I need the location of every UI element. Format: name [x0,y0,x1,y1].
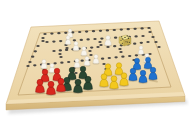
path-dot [148,31,151,33]
path-dot [33,64,36,66]
path-dot [119,51,122,53]
die-pip-right [126,41,127,42]
path-dot [88,50,91,52]
path-dot [28,61,31,63]
path-dot [106,29,109,31]
path-dot [41,40,44,42]
product-photo [0,0,189,140]
path-dot [59,49,62,51]
die-pip-front [121,40,122,41]
path-dot [98,41,101,43]
path-dot [64,32,67,34]
path-dot [121,56,124,58]
path-dot [36,45,39,47]
path-dot [52,50,55,52]
path-dot [43,33,46,35]
die-pip-top [128,38,129,39]
path-dot [92,30,95,32]
path-dot [147,27,150,29]
path-dot [140,42,143,44]
path-dot [89,54,92,56]
path-dot [47,63,50,65]
path-dot [133,28,136,30]
path-dot [100,38,103,40]
path-dot [133,43,136,45]
path-dot [65,49,68,51]
path-dot [151,36,154,38]
die-pip-right [129,42,130,43]
path-dot [154,41,157,43]
die-pip-top [127,35,128,36]
path-dot [93,38,96,40]
path-dot [108,57,111,59]
path-dot [134,35,137,37]
die-pip-top [124,37,125,38]
path-dot [99,44,102,46]
path-dot [101,58,104,60]
path-dot [81,60,84,62]
path-dot [114,37,117,39]
path-dot [73,39,76,41]
path-dot [85,31,88,33]
path-dot [41,37,44,39]
path-dot [127,28,130,30]
path-dot [86,38,89,40]
path-dot [99,30,102,32]
path-dot [118,48,121,50]
path-dot [140,27,143,29]
path-dot [80,39,83,41]
path-dot [65,47,68,49]
path-dot [34,50,37,52]
path-dot [114,56,117,58]
path-dot [59,40,62,42]
path-dot [128,55,131,57]
path-dot [52,41,55,43]
path-dot [78,31,81,33]
path-dot [50,33,53,35]
path-dot [146,41,149,43]
path-dot [57,32,60,34]
die-pip-front [122,43,123,44]
path-dot [113,45,116,47]
path-dot [45,41,48,43]
path-dot [60,62,63,64]
path-dot [96,46,99,48]
die-pip-top [122,38,123,39]
die-pip-top [121,36,122,37]
die-pip-right [127,42,128,43]
path-dot [26,65,29,67]
path-dot [58,53,61,55]
path-dot [53,62,56,64]
path-dot [141,35,144,37]
path-dot [113,29,116,31]
path-dot [102,63,105,65]
path-dot [120,29,123,31]
path-dot [67,61,70,63]
board-scene [0,0,189,140]
path-dot [59,56,62,58]
path-dot [31,56,34,58]
path-dot [157,46,160,48]
path-dot [90,47,93,49]
path-dot [135,54,138,56]
